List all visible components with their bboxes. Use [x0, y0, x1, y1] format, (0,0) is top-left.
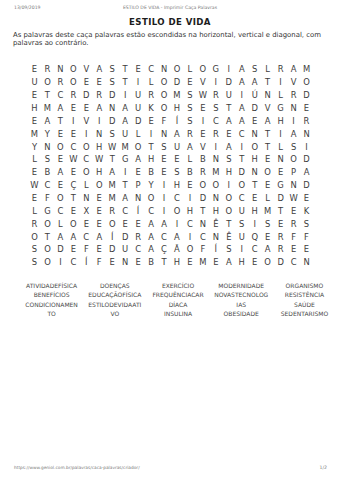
- grid-cell: A: [93, 230, 106, 243]
- grid-cell: I: [132, 76, 145, 89]
- grid-cell: Ê: [209, 217, 222, 230]
- grid-cell: C: [67, 140, 80, 153]
- instructions-text: As palavras deste caça palavras estão es…: [13, 31, 329, 48]
- grid-cell: E: [67, 166, 80, 179]
- grid-cell: N: [119, 256, 132, 269]
- grid-cell: I: [145, 127, 158, 140]
- grid-cell: H: [170, 179, 183, 192]
- grid-cell: L: [274, 140, 287, 153]
- grid-cell: T: [41, 230, 54, 243]
- grid-cell: E: [93, 192, 106, 205]
- grid-cell: E: [67, 127, 80, 140]
- word-list-column: MODERNIDADENOVASTECNOLOGIASOBESIDADE: [210, 281, 273, 318]
- grid-cell: D: [300, 153, 313, 166]
- grid-cell: H: [28, 102, 41, 115]
- grid-cell: N: [209, 230, 222, 243]
- grid-cell: O: [41, 256, 54, 269]
- grid-cell: O: [235, 179, 248, 192]
- grid-cell: D: [196, 192, 209, 205]
- word-list-entry: BENEFÍCIOS: [20, 290, 83, 299]
- grid-cell: E: [106, 256, 119, 269]
- grid-cell: O: [41, 217, 54, 230]
- grid-cell: I: [248, 217, 261, 230]
- grid-cell: L: [274, 89, 287, 102]
- grid-cell: I: [183, 230, 196, 243]
- grid-cell: E: [300, 102, 313, 115]
- grid-cell: N: [80, 192, 93, 205]
- grid-cell: I: [158, 204, 171, 217]
- grid-cell: I: [235, 140, 248, 153]
- grid-cell: R: [183, 127, 196, 140]
- grid-cell: S: [41, 153, 54, 166]
- grid-cell: S: [183, 102, 196, 115]
- grid-cell: A: [119, 114, 132, 127]
- grid-cell: Í: [170, 114, 183, 127]
- grid-cell: D: [54, 243, 67, 256]
- grid-cell: M: [170, 89, 183, 102]
- grid-cell: N: [93, 127, 106, 140]
- grid-cell: O: [158, 76, 171, 89]
- grid-cell: T: [235, 153, 248, 166]
- grid-cell: I: [274, 76, 287, 89]
- grid-cell: D: [274, 192, 287, 205]
- grid-cell: Y: [28, 140, 41, 153]
- grid-cell: S: [209, 102, 222, 115]
- word-list-entry: ESTILODEVIDAATI: [83, 300, 146, 309]
- grid-cell: D: [119, 230, 132, 243]
- grid-cell: Ú: [248, 89, 261, 102]
- grid-cell: L: [28, 153, 41, 166]
- grid-cell: O: [158, 102, 171, 115]
- grid-cell: O: [41, 76, 54, 89]
- grid-cell: A: [170, 127, 183, 140]
- footer-url: https://www.geniol.com.br/palavras/caca-…: [14, 465, 140, 470]
- grid-cell: L: [183, 63, 196, 76]
- grid-cell: O: [287, 153, 300, 166]
- grid-cell: A: [54, 230, 67, 243]
- grid-cell: E: [28, 192, 41, 205]
- grid-cell: N: [196, 217, 209, 230]
- grid-cell: O: [196, 179, 209, 192]
- grid-cell: E: [132, 166, 145, 179]
- word-list-column: ORGANISMORESISTÊNCIASAÚDESEDENTARISMO: [273, 281, 336, 318]
- grid-cell: L: [54, 217, 67, 230]
- grid-cell: O: [196, 63, 209, 76]
- grid-cell: E: [248, 256, 261, 269]
- grid-cell: H: [248, 153, 261, 166]
- grid-cell: R: [274, 243, 287, 256]
- grid-cell: A: [235, 114, 248, 127]
- grid-cell: S: [235, 217, 248, 230]
- grid-cell: M: [300, 63, 313, 76]
- grid-cell: E: [132, 256, 145, 269]
- grid-cell: E: [132, 63, 145, 76]
- grid-cell: C: [209, 114, 222, 127]
- grid-cell: C: [287, 256, 300, 269]
- grid-cell: T: [261, 140, 274, 153]
- grid-cell: T: [41, 89, 54, 102]
- grid-cell: B: [145, 256, 158, 269]
- grid-cell: I: [183, 192, 196, 205]
- grid-cell: V: [261, 102, 274, 115]
- grid-cell: E: [80, 102, 93, 115]
- word-list-entry: SEDENTARISMO: [273, 309, 336, 318]
- word-list-entry: OBESIDADE: [210, 309, 273, 318]
- print-footer: https://www.geniol.com.br/palavras/caca-…: [0, 465, 340, 475]
- word-list-entry: INSULINA: [146, 309, 209, 318]
- grid-cell: E: [248, 192, 261, 205]
- grid-cell: L: [132, 127, 145, 140]
- grid-cell: A: [183, 140, 196, 153]
- grid-cell: E: [54, 179, 67, 192]
- grid-cell: T: [145, 140, 158, 153]
- grid-cell: E: [28, 63, 41, 76]
- grid-cell: D: [170, 76, 183, 89]
- grid-cell: C: [145, 204, 158, 217]
- grid-cell: O: [222, 204, 235, 217]
- grid-cell: E: [28, 166, 41, 179]
- grid-cell: O: [67, 76, 80, 89]
- grid-cell: E: [287, 204, 300, 217]
- grid-cell: M: [261, 204, 274, 217]
- grid-cell: R: [28, 217, 41, 230]
- grid-cell: B: [41, 166, 54, 179]
- grid-cell: H: [93, 140, 106, 153]
- grid-cell: O: [261, 256, 274, 269]
- grid-cell: E: [28, 114, 41, 127]
- grid-cell: E: [222, 127, 235, 140]
- grid-cell: L: [80, 179, 93, 192]
- grid-cell: O: [248, 140, 261, 153]
- grid-cell: I: [274, 127, 287, 140]
- grid-cell: C: [119, 204, 132, 217]
- grid-cell: A: [300, 166, 313, 179]
- grid-cell: N: [209, 153, 222, 166]
- grid-cell: R: [274, 63, 287, 76]
- grid-cell: A: [222, 256, 235, 269]
- word-list: ATIVIDADEFÍSICABENEFÍCIOSCONDICIONAMENTO…: [20, 281, 336, 318]
- grid-cell: N: [248, 127, 261, 140]
- grid-cell: D: [80, 89, 93, 102]
- grid-cell: L: [28, 204, 41, 217]
- print-preview-page: { "game": "word-search", "position": [ "…: [0, 0, 340, 480]
- grid-cell: O: [300, 76, 313, 89]
- word-list-entry: RESISTÊNCIA: [273, 290, 336, 299]
- grid-cell: E: [93, 217, 106, 230]
- grid-cell: T: [67, 192, 80, 205]
- grid-cell: R: [287, 217, 300, 230]
- grid-cell: A: [41, 114, 54, 127]
- word-list-entry: MODERNIDADE: [210, 281, 273, 290]
- grid-cell: E: [287, 243, 300, 256]
- grid-cell: N: [54, 63, 67, 76]
- grid-cell: C: [132, 243, 145, 256]
- grid-cell: F: [41, 192, 54, 205]
- grid-cell: I: [54, 256, 67, 269]
- grid-cell: B: [145, 166, 158, 179]
- grid-cell: D: [132, 114, 145, 127]
- grid-cell: W: [93, 153, 106, 166]
- grid-cell: C: [248, 243, 261, 256]
- grid-cell: R: [132, 230, 145, 243]
- grid-cell: O: [222, 192, 235, 205]
- grid-cell: V: [196, 76, 209, 89]
- grid-cell: Ê: [222, 230, 235, 243]
- grid-cell: E: [261, 230, 274, 243]
- print-doc-title: ESTILO DE VIDA - Imprimir Caça Palavras: [0, 5, 340, 10]
- grid-cell: E: [132, 217, 145, 230]
- grid-cell: S: [106, 76, 119, 89]
- grid-cell: I: [196, 114, 209, 127]
- grid-cell: R: [209, 127, 222, 140]
- grid-cell: G: [274, 179, 287, 192]
- grid-cell: C: [170, 192, 183, 205]
- grid-cell: E: [80, 76, 93, 89]
- grid-cell: Ã: [170, 243, 183, 256]
- grid-cell: O: [54, 192, 67, 205]
- grid-cell: I: [93, 114, 106, 127]
- grid-cell: A: [119, 102, 132, 115]
- grid-cell: A: [158, 217, 171, 230]
- grid-cell: H: [93, 166, 106, 179]
- grid-cell: T: [261, 127, 274, 140]
- grid-cell: T: [119, 179, 132, 192]
- grid-cell: R: [274, 230, 287, 243]
- grid-cell: I: [235, 89, 248, 102]
- grid-cell: O: [209, 179, 222, 192]
- word-list-entry: IAS: [210, 300, 273, 309]
- grid-cell: I: [235, 243, 248, 256]
- word-list-entry: EDUCAÇÃOFÍSICA: [83, 290, 146, 299]
- grid-cell: O: [170, 204, 183, 217]
- grid-cell: S: [183, 114, 196, 127]
- grid-cell: G: [41, 204, 54, 217]
- grid-cell: O: [80, 140, 93, 153]
- grid-cell: Y: [41, 127, 54, 140]
- grid-cell: E: [196, 102, 209, 115]
- grid-cell: C: [80, 153, 93, 166]
- grid-cell: E: [274, 217, 287, 230]
- grid-cell: G: [274, 102, 287, 115]
- grid-cell: E: [93, 204, 106, 217]
- grid-cell: F: [93, 256, 106, 269]
- puzzle-title: ESTILO DE VIDA: [0, 17, 340, 27]
- grid-cell: A: [287, 63, 300, 76]
- grid-cell: D: [106, 243, 119, 256]
- grid-cell: E: [170, 153, 183, 166]
- grid-cell: F: [287, 230, 300, 243]
- grid-cell: O: [54, 140, 67, 153]
- grid-cell: R: [93, 89, 106, 102]
- grid-cell: R: [41, 63, 54, 76]
- word-list-entry: ORGANISMO: [273, 281, 336, 290]
- grid-cell: A: [235, 76, 248, 89]
- grid-cell: H: [222, 166, 235, 179]
- grid-cell: D: [106, 114, 119, 127]
- grid-cell: A: [93, 63, 106, 76]
- grid-cell: L: [261, 192, 274, 205]
- word-list-entry: ATIVIDADEFÍSICA: [20, 281, 83, 290]
- grid-cell: R: [287, 89, 300, 102]
- grid-cell: W: [67, 153, 80, 166]
- grid-cell: I: [209, 140, 222, 153]
- grid-cell: W: [196, 89, 209, 102]
- grid-cell: I: [119, 89, 132, 102]
- grid-cell: E: [54, 153, 67, 166]
- grid-cell: E: [145, 114, 158, 127]
- grid-cell: R: [300, 114, 313, 127]
- grid-cell: E: [28, 89, 41, 102]
- grid-cell: O: [183, 243, 196, 256]
- grid-cell: Í: [106, 230, 119, 243]
- grid-cell: O: [41, 243, 54, 256]
- grid-cell: O: [158, 89, 171, 102]
- grid-cell: T: [119, 63, 132, 76]
- grid-cell: H: [235, 256, 248, 269]
- grid-cell: E: [183, 256, 196, 269]
- grid-cell: B: [196, 153, 209, 166]
- grid-cell: U: [170, 140, 183, 153]
- grid-cell: I: [222, 63, 235, 76]
- grid-cell: D: [235, 166, 248, 179]
- grid-cell: O: [67, 217, 80, 230]
- grid-cell: C: [145, 63, 158, 76]
- grid-cell: S: [28, 256, 41, 269]
- grid-cell: H: [170, 256, 183, 269]
- grid-cell: A: [145, 217, 158, 230]
- grid-cell: S: [28, 243, 41, 256]
- word-list-column: EXERCÍCIOFREQUÊNCIACARDÍACAINSULINA: [146, 281, 209, 318]
- grid-cell: S: [300, 217, 313, 230]
- grid-cell: S: [287, 140, 300, 153]
- grid-cell: R: [67, 89, 80, 102]
- grid-cell: G: [209, 63, 222, 76]
- grid-cell: O: [28, 230, 41, 243]
- grid-cell: D: [106, 89, 119, 102]
- grid-cell: A: [54, 166, 67, 179]
- grid-cell: O: [261, 166, 274, 179]
- grid-cell: E: [300, 192, 313, 205]
- grid-cell: O: [145, 192, 158, 205]
- grid-cell: N: [287, 179, 300, 192]
- grid-cell: N: [300, 127, 313, 140]
- grid-cell: E: [183, 76, 196, 89]
- grid-cell: S: [248, 63, 261, 76]
- grid-cell: X: [80, 204, 93, 217]
- grid-cell: S: [106, 63, 119, 76]
- grid-cell: C: [196, 230, 209, 243]
- grid-cell: W: [106, 140, 119, 153]
- grid-cell: U: [132, 102, 145, 115]
- grid-cell: U: [222, 89, 235, 102]
- grid-cell: E: [158, 166, 171, 179]
- grid-cell: M: [119, 140, 132, 153]
- grid-cell: N: [261, 89, 274, 102]
- word-list-column: ATIVIDADEFÍSICABENEFÍCIOSCONDICIONAMENTO: [20, 281, 83, 318]
- grid-cell: I: [80, 127, 93, 140]
- grid-cell: M: [209, 166, 222, 179]
- grid-cell: M: [106, 192, 119, 205]
- grid-cell: T: [119, 76, 132, 89]
- grid-cell: C: [80, 230, 93, 243]
- grid-cell: S: [158, 140, 171, 153]
- grid-cell: M: [41, 102, 54, 115]
- grid-cell: I: [67, 114, 80, 127]
- grid-cell: U: [132, 89, 145, 102]
- grid-cell: I: [158, 192, 171, 205]
- grid-cell: E: [183, 179, 196, 192]
- grid-cell: E: [67, 204, 80, 217]
- grid-cell: A: [67, 230, 80, 243]
- grid-cell: H: [145, 153, 158, 166]
- grid-cell: A: [132, 153, 145, 166]
- grid-cell: Í: [80, 256, 93, 269]
- grid-cell: L: [145, 76, 158, 89]
- grid-cell: V: [287, 76, 300, 89]
- grid-cell: I: [287, 114, 300, 127]
- grid-cell: O: [80, 166, 93, 179]
- grid-cell: E: [196, 127, 209, 140]
- grid-cell: T: [222, 217, 235, 230]
- grid-cell: V: [196, 140, 209, 153]
- grid-cell: L: [261, 63, 274, 76]
- grid-cell: B: [183, 166, 196, 179]
- grid-cell: C: [41, 179, 54, 192]
- grid-cell: Y: [145, 179, 158, 192]
- grid-cell: H: [170, 102, 183, 115]
- grid-cell: C: [54, 204, 67, 217]
- grid-cell: V: [80, 63, 93, 76]
- word-list-entry: CONDICIONAMEN: [20, 300, 83, 309]
- grid-cell: R: [209, 89, 222, 102]
- grid-cell: Í: [209, 243, 222, 256]
- word-list-entry: NOVASTECNOLOG: [210, 290, 273, 299]
- grid-cell: N: [132, 192, 145, 205]
- grid-cell: I: [158, 179, 171, 192]
- grid-cell: M: [196, 256, 209, 269]
- grid-cell: I: [222, 179, 235, 192]
- grid-cell: D: [300, 179, 313, 192]
- grid-cell: C: [235, 127, 248, 140]
- grid-cell: U: [235, 204, 248, 217]
- print-header: 13/09/2019 ESTILO DE VIDA - Imprimir Caç…: [0, 5, 340, 15]
- grid-cell: N: [248, 166, 261, 179]
- grid-cell: E: [54, 127, 67, 140]
- grid-cell: O: [67, 63, 80, 76]
- grid-cell: E: [93, 243, 106, 256]
- grid-cell: H: [274, 114, 287, 127]
- grid-cell: S: [183, 89, 196, 102]
- grid-cell: M: [106, 179, 119, 192]
- grid-cell: E: [300, 243, 313, 256]
- grid-cell: S: [106, 127, 119, 140]
- grid-cell: N: [209, 192, 222, 205]
- grid-cell: Ç: [158, 243, 171, 256]
- grid-cell: P: [132, 179, 145, 192]
- grid-cell: D: [248, 102, 261, 115]
- grid-cell: A: [235, 63, 248, 76]
- grid-cell: T: [54, 114, 67, 127]
- grid-cell: E: [93, 76, 106, 89]
- word-list-entry: FREQUÊNCIACAR: [146, 290, 209, 299]
- grid-cell: O: [93, 179, 106, 192]
- grid-cell: A: [261, 114, 274, 127]
- grid-cell: T: [158, 256, 171, 269]
- grid-cell: A: [248, 76, 261, 89]
- grid-cell: S: [222, 243, 235, 256]
- grid-cell: R: [106, 204, 119, 217]
- grid-cell: C: [158, 230, 171, 243]
